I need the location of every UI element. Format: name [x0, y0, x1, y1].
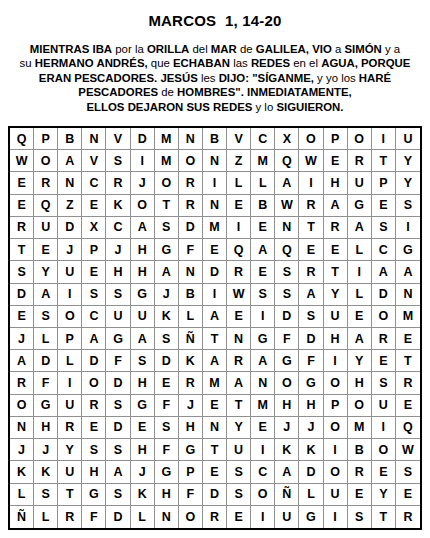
grid-cell-r4c13[interactable]: R: [299, 195, 323, 217]
grid-cell-r6c15[interactable]: L: [348, 239, 372, 261]
grid-cell-r17c12[interactable]: Ñ: [275, 484, 299, 506]
grid-cell-r12c11[interactable]: N: [251, 372, 275, 394]
grid-cell-r18c11[interactable]: I: [251, 506, 275, 528]
grid-cell-r5c13[interactable]: T: [299, 217, 323, 239]
grid-cell-r14c16[interactable]: I: [372, 417, 396, 439]
grid-cell-r1c4[interactable]: N: [82, 128, 106, 150]
grid-cell-r15c3[interactable]: Y: [58, 439, 82, 461]
grid-cell-r15c17[interactable]: W: [396, 439, 420, 461]
grid-cell-r6c1[interactable]: T: [10, 239, 34, 261]
grid-cell-r2c12[interactable]: Q: [275, 150, 299, 172]
grid-cell-r8c9[interactable]: I: [203, 284, 227, 306]
grid-cell-r14c3[interactable]: R: [58, 417, 82, 439]
grid-cell-r7c16[interactable]: A: [372, 261, 396, 283]
grid-cell-r16c10[interactable]: S: [227, 461, 251, 483]
grid-cell-r15c15[interactable]: B: [348, 439, 372, 461]
grid-cell-r17c4[interactable]: G: [82, 484, 106, 506]
grid-cell-r15c12[interactable]: K: [275, 439, 299, 461]
grid-cell-r9c1[interactable]: E: [10, 306, 34, 328]
grid-cell-r12c17[interactable]: R: [396, 372, 420, 394]
grid-cell-r5c14[interactable]: R: [324, 217, 348, 239]
grid-cell-r12c4[interactable]: O: [82, 372, 106, 394]
grid-cell-r17c5[interactable]: S: [106, 484, 130, 506]
grid-cell-r15c16[interactable]: O: [372, 439, 396, 461]
grid-cell-r8c12[interactable]: S: [275, 284, 299, 306]
grid-cell-r11c9[interactable]: A: [203, 350, 227, 372]
grid-cell-r10c2[interactable]: L: [34, 328, 58, 350]
grid-cell-r17c1[interactable]: L: [10, 484, 34, 506]
grid-cell-r8c11[interactable]: S: [251, 284, 275, 306]
grid-cell-r7c5[interactable]: H: [106, 261, 130, 283]
grid-cell-r5c9[interactable]: M: [203, 217, 227, 239]
grid-cell-r18c12[interactable]: U: [275, 506, 299, 528]
grid-cell-r4c15[interactable]: G: [348, 195, 372, 217]
grid-cell-r14c11[interactable]: E: [251, 417, 275, 439]
grid-cell-r2c4[interactable]: V: [82, 150, 106, 172]
grid-cell-r9c7[interactable]: K: [155, 306, 179, 328]
grid-cell-r17c8[interactable]: F: [179, 484, 203, 506]
grid-cell-r16c16[interactable]: E: [372, 461, 396, 483]
grid-cell-r8c3[interactable]: I: [58, 284, 82, 306]
grid-cell-r7c12[interactable]: S: [275, 261, 299, 283]
grid-cell-r15c6[interactable]: H: [131, 439, 155, 461]
grid-cell-r16c4[interactable]: H: [82, 461, 106, 483]
grid-cell-r10c6[interactable]: A: [131, 328, 155, 350]
grid-cell-r18c1[interactable]: Ñ: [10, 506, 34, 528]
grid-cell-r3c5[interactable]: R: [106, 172, 130, 194]
grid-cell-r16c5[interactable]: A: [106, 461, 130, 483]
grid-cell-r3c7[interactable]: O: [155, 172, 179, 194]
grid-cell-r6c14[interactable]: E: [324, 239, 348, 261]
grid-cell-r18c6[interactable]: L: [131, 506, 155, 528]
grid-cell-r6c5[interactable]: J: [106, 239, 130, 261]
grid-cell-r3c1[interactable]: E: [10, 172, 34, 194]
grid-cell-r10c16[interactable]: R: [372, 328, 396, 350]
grid-cell-r11c2[interactable]: D: [34, 350, 58, 372]
grid-cell-r16c14[interactable]: O: [324, 461, 348, 483]
grid-cell-r11c6[interactable]: S: [131, 350, 155, 372]
grid-cell-r5c6[interactable]: A: [131, 217, 155, 239]
grid-cell-r7c8[interactable]: N: [179, 261, 203, 283]
grid-cell-r16c3[interactable]: U: [58, 461, 82, 483]
grid-cell-r4c4[interactable]: E: [82, 195, 106, 217]
grid-cell-r10c14[interactable]: H: [324, 328, 348, 350]
grid-cell-r5c3[interactable]: D: [58, 217, 82, 239]
grid-cell-r18c15[interactable]: S: [348, 506, 372, 528]
grid-cell-r4c2[interactable]: Q: [34, 195, 58, 217]
grid-cell-r12c2[interactable]: F: [34, 372, 58, 394]
grid-cell-r13c17[interactable]: E: [396, 395, 420, 417]
grid-cell-r17c2[interactable]: S: [34, 484, 58, 506]
grid-cell-r6c12[interactable]: Q: [275, 239, 299, 261]
grid-cell-r4c14[interactable]: A: [324, 195, 348, 217]
grid-cell-r15c4[interactable]: S: [82, 439, 106, 461]
grid-cell-r12c5[interactable]: D: [106, 372, 130, 394]
grid-cell-r7c4[interactable]: E: [82, 261, 106, 283]
grid-cell-r13c8[interactable]: J: [179, 395, 203, 417]
grid-cell-r15c11[interactable]: I: [251, 439, 275, 461]
grid-cell-r1c8[interactable]: N: [179, 128, 203, 150]
grid-cell-r7c3[interactable]: U: [58, 261, 82, 283]
grid-cell-r5c15[interactable]: A: [348, 217, 372, 239]
grid-cell-r10c7[interactable]: S: [155, 328, 179, 350]
grid-cell-r11c1[interactable]: A: [10, 350, 34, 372]
grid-cell-r5c10[interactable]: I: [227, 217, 251, 239]
grid-cell-r9c10[interactable]: E: [227, 306, 251, 328]
grid-cell-r1c13[interactable]: O: [299, 128, 323, 150]
grid-cell-r17c10[interactable]: S: [227, 484, 251, 506]
grid-cell-r14c5[interactable]: D: [106, 417, 130, 439]
grid-cell-r15c8[interactable]: G: [179, 439, 203, 461]
grid-cell-r8c14[interactable]: Y: [324, 284, 348, 306]
grid-cell-r14c1[interactable]: N: [10, 417, 34, 439]
grid-cell-r13c10[interactable]: T: [227, 395, 251, 417]
grid-cell-r14c8[interactable]: H: [179, 417, 203, 439]
grid-cell-r2c8[interactable]: O: [179, 150, 203, 172]
grid-cell-r8c10[interactable]: W: [227, 284, 251, 306]
grid-cell-r10c8[interactable]: Ñ: [179, 328, 203, 350]
grid-cell-r16c15[interactable]: R: [348, 461, 372, 483]
grid-cell-r6c3[interactable]: J: [58, 239, 82, 261]
grid-cell-r1c14[interactable]: P: [324, 128, 348, 150]
grid-cell-r18c16[interactable]: T: [372, 506, 396, 528]
grid-cell-r16c2[interactable]: K: [34, 461, 58, 483]
grid-cell-r11c14[interactable]: I: [324, 350, 348, 372]
grid-cell-r14c7[interactable]: S: [155, 417, 179, 439]
grid-cell-r8c2[interactable]: A: [34, 284, 58, 306]
grid-cell-r10c10[interactable]: N: [227, 328, 251, 350]
grid-cell-r15c7[interactable]: F: [155, 439, 179, 461]
grid-cell-r2c3[interactable]: A: [58, 150, 82, 172]
grid-cell-r12c3[interactable]: I: [58, 372, 82, 394]
grid-cell-r5c1[interactable]: R: [10, 217, 34, 239]
grid-cell-r8c16[interactable]: D: [372, 284, 396, 306]
grid-cell-r18c2[interactable]: L: [34, 506, 58, 528]
grid-cell-r9c14[interactable]: U: [324, 306, 348, 328]
grid-cell-r16c9[interactable]: E: [203, 461, 227, 483]
grid-cell-r14c17[interactable]: Q: [396, 417, 420, 439]
grid-cell-r3c17[interactable]: Y: [396, 172, 420, 194]
grid-cell-r12c16[interactable]: S: [372, 372, 396, 394]
grid-cell-r17c15[interactable]: E: [348, 484, 372, 506]
grid-cell-r18c9[interactable]: R: [203, 506, 227, 528]
grid-cell-r11c7[interactable]: D: [155, 350, 179, 372]
grid-cell-r12c13[interactable]: G: [299, 372, 323, 394]
grid-cell-r9c13[interactable]: S: [299, 306, 323, 328]
grid-cell-r8c8[interactable]: B: [179, 284, 203, 306]
grid-cell-r13c3[interactable]: U: [58, 395, 82, 417]
grid-cell-r9c12[interactable]: D: [275, 306, 299, 328]
grid-cell-r8c7[interactable]: J: [155, 284, 179, 306]
grid-cell-r3c9[interactable]: I: [203, 172, 227, 194]
grid-cell-r12c10[interactable]: A: [227, 372, 251, 394]
grid-cell-r1c9[interactable]: B: [203, 128, 227, 150]
grid-cell-r4c7[interactable]: T: [155, 195, 179, 217]
grid-cell-r13c16[interactable]: U: [372, 395, 396, 417]
grid-cell-r15c9[interactable]: T: [203, 439, 227, 461]
grid-cell-r12c7[interactable]: E: [155, 372, 179, 394]
grid-cell-r14c14[interactable]: O: [324, 417, 348, 439]
grid-cell-r6c8[interactable]: F: [179, 239, 203, 261]
grid-cell-r9c4[interactable]: C: [82, 306, 106, 328]
grid-cell-r6c17[interactable]: G: [396, 239, 420, 261]
grid-cell-r6c16[interactable]: C: [372, 239, 396, 261]
grid-cell-r14c10[interactable]: Y: [227, 417, 251, 439]
grid-cell-r11c5[interactable]: F: [106, 350, 130, 372]
grid-cell-r1c15[interactable]: O: [348, 128, 372, 150]
grid-cell-r5c17[interactable]: I: [396, 217, 420, 239]
grid-cell-r3c6[interactable]: J: [131, 172, 155, 194]
grid-cell-r3c14[interactable]: H: [324, 172, 348, 194]
grid-cell-r14c4[interactable]: E: [82, 417, 106, 439]
grid-cell-r18c5[interactable]: D: [106, 506, 130, 528]
grid-cell-r7c10[interactable]: R: [227, 261, 251, 283]
grid-cell-r17c13[interactable]: L: [299, 484, 323, 506]
grid-cell-r1c11[interactable]: C: [251, 128, 275, 150]
grid-cell-r16c7[interactable]: G: [155, 461, 179, 483]
grid-cell-r4c12[interactable]: W: [275, 195, 299, 217]
grid-cell-r5c4[interactable]: X: [82, 217, 106, 239]
grid-cell-r3c12[interactable]: A: [275, 172, 299, 194]
grid-cell-r6c4[interactable]: P: [82, 239, 106, 261]
grid-cell-r8c17[interactable]: N: [396, 284, 420, 306]
grid-cell-r11c17[interactable]: T: [396, 350, 420, 372]
grid-cell-r13c5[interactable]: S: [106, 395, 130, 417]
grid-cell-r14c12[interactable]: J: [275, 417, 299, 439]
grid-cell-r7c11[interactable]: E: [251, 261, 275, 283]
grid-cell-r1c12[interactable]: X: [275, 128, 299, 150]
grid-cell-r2c1[interactable]: W: [10, 150, 34, 172]
grid-cell-r9c17[interactable]: M: [396, 306, 420, 328]
grid-cell-r4c3[interactable]: Z: [58, 195, 82, 217]
grid-cell-r4c11[interactable]: B: [251, 195, 275, 217]
grid-cell-r18c3[interactable]: R: [58, 506, 82, 528]
grid-cell-r2c16[interactable]: T: [372, 150, 396, 172]
grid-cell-r5c5[interactable]: C: [106, 217, 130, 239]
grid-cell-r2c17[interactable]: Y: [396, 150, 420, 172]
grid-cell-r11c10[interactable]: R: [227, 350, 251, 372]
grid-cell-r17c6[interactable]: K: [131, 484, 155, 506]
grid-cell-r17c17[interactable]: E: [396, 484, 420, 506]
grid-cell-r9c11[interactable]: I: [251, 306, 275, 328]
grid-cell-r8c13[interactable]: A: [299, 284, 323, 306]
grid-cell-r11c8[interactable]: K: [179, 350, 203, 372]
grid-cell-r3c4[interactable]: C: [82, 172, 106, 194]
grid-cell-r2c7[interactable]: M: [155, 150, 179, 172]
grid-cell-r12c6[interactable]: H: [131, 372, 155, 394]
grid-cell-r9c9[interactable]: A: [203, 306, 227, 328]
grid-cell-r6c11[interactable]: A: [251, 239, 275, 261]
grid-cell-r7c2[interactable]: Y: [34, 261, 58, 283]
grid-cell-r1c7[interactable]: M: [155, 128, 179, 150]
grid-cell-r16c1[interactable]: K: [10, 461, 34, 483]
grid-cell-r12c8[interactable]: R: [179, 372, 203, 394]
grid-cell-r18c13[interactable]: G: [299, 506, 323, 528]
grid-cell-r2c13[interactable]: W: [299, 150, 323, 172]
grid-cell-r15c2[interactable]: J: [34, 439, 58, 461]
grid-cell-r4c5[interactable]: K: [106, 195, 130, 217]
grid-cell-r6c10[interactable]: Q: [227, 239, 251, 261]
grid-cell-r6c6[interactable]: H: [131, 239, 155, 261]
grid-cell-r2c14[interactable]: E: [324, 150, 348, 172]
grid-cell-r2c6[interactable]: I: [131, 150, 155, 172]
grid-cell-r8c15[interactable]: L: [348, 284, 372, 306]
grid-cell-r13c6[interactable]: G: [131, 395, 155, 417]
grid-cell-r10c9[interactable]: T: [203, 328, 227, 350]
grid-cell-r16c13[interactable]: D: [299, 461, 323, 483]
grid-cell-r13c12[interactable]: H: [275, 395, 299, 417]
grid-cell-r10c17[interactable]: E: [396, 328, 420, 350]
grid-cell-r12c9[interactable]: M: [203, 372, 227, 394]
grid-cell-r1c1[interactable]: Q: [10, 128, 34, 150]
grid-cell-r4c1[interactable]: E: [10, 195, 34, 217]
grid-cell-r2c9[interactable]: N: [203, 150, 227, 172]
grid-cell-r1c17[interactable]: U: [396, 128, 420, 150]
grid-cell-r4c16[interactable]: E: [372, 195, 396, 217]
grid-cell-r11c12[interactable]: G: [275, 350, 299, 372]
grid-cell-r15c10[interactable]: U: [227, 439, 251, 461]
grid-cell-r16c8[interactable]: P: [179, 461, 203, 483]
grid-cell-r13c9[interactable]: E: [203, 395, 227, 417]
grid-cell-r6c2[interactable]: E: [34, 239, 58, 261]
grid-cell-r13c1[interactable]: O: [10, 395, 34, 417]
grid-cell-r14c6[interactable]: E: [131, 417, 155, 439]
grid-cell-r2c10[interactable]: Z: [227, 150, 251, 172]
grid-cell-r13c2[interactable]: G: [34, 395, 58, 417]
grid-cell-r4c8[interactable]: R: [179, 195, 203, 217]
grid-cell-r7c15[interactable]: I: [348, 261, 372, 283]
grid-cell-r10c15[interactable]: A: [348, 328, 372, 350]
grid-cell-r13c4[interactable]: R: [82, 395, 106, 417]
grid-cell-r17c11[interactable]: O: [251, 484, 275, 506]
grid-cell-r10c5[interactable]: G: [106, 328, 130, 350]
grid-cell-r9c8[interactable]: L: [179, 306, 203, 328]
grid-cell-r3c8[interactable]: R: [179, 172, 203, 194]
grid-cell-r9c16[interactable]: O: [372, 306, 396, 328]
grid-cell-r5c12[interactable]: N: [275, 217, 299, 239]
grid-cell-r11c16[interactable]: E: [372, 350, 396, 372]
grid-cell-r6c13[interactable]: E: [299, 239, 323, 261]
grid-cell-r9c6[interactable]: U: [131, 306, 155, 328]
grid-cell-r17c3[interactable]: T: [58, 484, 82, 506]
grid-cell-r12c15[interactable]: H: [348, 372, 372, 394]
grid-cell-r1c3[interactable]: B: [58, 128, 82, 150]
grid-cell-r3c10[interactable]: L: [227, 172, 251, 194]
grid-cell-r14c13[interactable]: J: [299, 417, 323, 439]
grid-cell-r17c14[interactable]: U: [324, 484, 348, 506]
grid-cell-r1c10[interactable]: V: [227, 128, 251, 150]
grid-cell-r3c15[interactable]: U: [348, 172, 372, 194]
grid-cell-r4c17[interactable]: S: [396, 195, 420, 217]
grid-cell-r7c9[interactable]: D: [203, 261, 227, 283]
grid-cell-r13c15[interactable]: O: [348, 395, 372, 417]
grid-cell-r2c15[interactable]: R: [348, 150, 372, 172]
grid-cell-r10c3[interactable]: P: [58, 328, 82, 350]
grid-cell-r5c7[interactable]: S: [155, 217, 179, 239]
grid-cell-r8c6[interactable]: G: [131, 284, 155, 306]
grid-cell-r14c9[interactable]: N: [203, 417, 227, 439]
grid-cell-r1c16[interactable]: I: [372, 128, 396, 150]
grid-cell-r8c4[interactable]: S: [82, 284, 106, 306]
grid-cell-r6c7[interactable]: G: [155, 239, 179, 261]
grid-cell-r5c2[interactable]: U: [34, 217, 58, 239]
grid-cell-r14c2[interactable]: H: [34, 417, 58, 439]
grid-cell-r3c13[interactable]: I: [299, 172, 323, 194]
grid-cell-r13c14[interactable]: P: [324, 395, 348, 417]
grid-cell-r15c1[interactable]: J: [10, 439, 34, 461]
grid-cell-r9c3[interactable]: O: [58, 306, 82, 328]
grid-cell-r3c16[interactable]: P: [372, 172, 396, 194]
grid-cell-r13c13[interactable]: H: [299, 395, 323, 417]
grid-cell-r17c9[interactable]: D: [203, 484, 227, 506]
grid-cell-r15c14[interactable]: I: [324, 439, 348, 461]
grid-cell-r7c7[interactable]: A: [155, 261, 179, 283]
grid-cell-r16c11[interactable]: C: [251, 461, 275, 483]
grid-cell-r15c13[interactable]: K: [299, 439, 323, 461]
grid-cell-r18c17[interactable]: R: [396, 506, 420, 528]
grid-cell-r7c14[interactable]: T: [324, 261, 348, 283]
grid-cell-r13c11[interactable]: M: [251, 395, 275, 417]
grid-cell-r2c2[interactable]: O: [34, 150, 58, 172]
grid-cell-r3c3[interactable]: N: [58, 172, 82, 194]
grid-cell-r10c12[interactable]: F: [275, 328, 299, 350]
grid-cell-r16c12[interactable]: A: [275, 461, 299, 483]
grid-cell-r18c4[interactable]: F: [82, 506, 106, 528]
grid-cell-r11c4[interactable]: D: [82, 350, 106, 372]
grid-cell-r7c13[interactable]: R: [299, 261, 323, 283]
grid-cell-r9c15[interactable]: E: [348, 306, 372, 328]
grid-cell-r11c13[interactable]: F: [299, 350, 323, 372]
grid-cell-r18c8[interactable]: O: [179, 506, 203, 528]
grid-cell-r7c6[interactable]: H: [131, 261, 155, 283]
grid-cell-r3c2[interactable]: R: [34, 172, 58, 194]
grid-cell-r18c10[interactable]: E: [227, 506, 251, 528]
grid-cell-r8c5[interactable]: S: [106, 284, 130, 306]
grid-cell-r12c14[interactable]: O: [324, 372, 348, 394]
grid-cell-r16c17[interactable]: S: [396, 461, 420, 483]
grid-cell-r1c2[interactable]: P: [34, 128, 58, 150]
grid-cell-r9c5[interactable]: U: [106, 306, 130, 328]
grid-cell-r13c7[interactable]: F: [155, 395, 179, 417]
grid-cell-r7c17[interactable]: A: [396, 261, 420, 283]
grid-cell-r1c5[interactable]: V: [106, 128, 130, 150]
grid-cell-r7c1[interactable]: S: [10, 261, 34, 283]
grid-cell-r5c8[interactable]: D: [179, 217, 203, 239]
grid-cell-r10c13[interactable]: D: [299, 328, 323, 350]
grid-cell-r2c11[interactable]: M: [251, 150, 275, 172]
grid-cell-r9c2[interactable]: S: [34, 306, 58, 328]
grid-cell-r12c12[interactable]: O: [275, 372, 299, 394]
grid-cell-r18c7[interactable]: N: [155, 506, 179, 528]
grid-cell-r6c9[interactable]: E: [203, 239, 227, 261]
grid-cell-r10c1[interactable]: J: [10, 328, 34, 350]
grid-cell-r14c15[interactable]: M: [348, 417, 372, 439]
grid-cell-r10c4[interactable]: A: [82, 328, 106, 350]
grid-cell-r1c6[interactable]: D: [131, 128, 155, 150]
grid-cell-r4c9[interactable]: N: [203, 195, 227, 217]
grid-cell-r17c7[interactable]: H: [155, 484, 179, 506]
grid-cell-r11c11[interactable]: A: [251, 350, 275, 372]
grid-cell-r5c11[interactable]: E: [251, 217, 275, 239]
grid-cell-r2c5[interactable]: S: [106, 150, 130, 172]
grid-cell-r4c6[interactable]: O: [131, 195, 155, 217]
grid-cell-r18c14[interactable]: I: [324, 506, 348, 528]
grid-cell-r17c16[interactable]: Y: [372, 484, 396, 506]
grid-cell-r15c5[interactable]: S: [106, 439, 130, 461]
grid-cell-r16c6[interactable]: J: [131, 461, 155, 483]
grid-cell-r3c11[interactable]: L: [251, 172, 275, 194]
grid-cell-r11c3[interactable]: L: [58, 350, 82, 372]
